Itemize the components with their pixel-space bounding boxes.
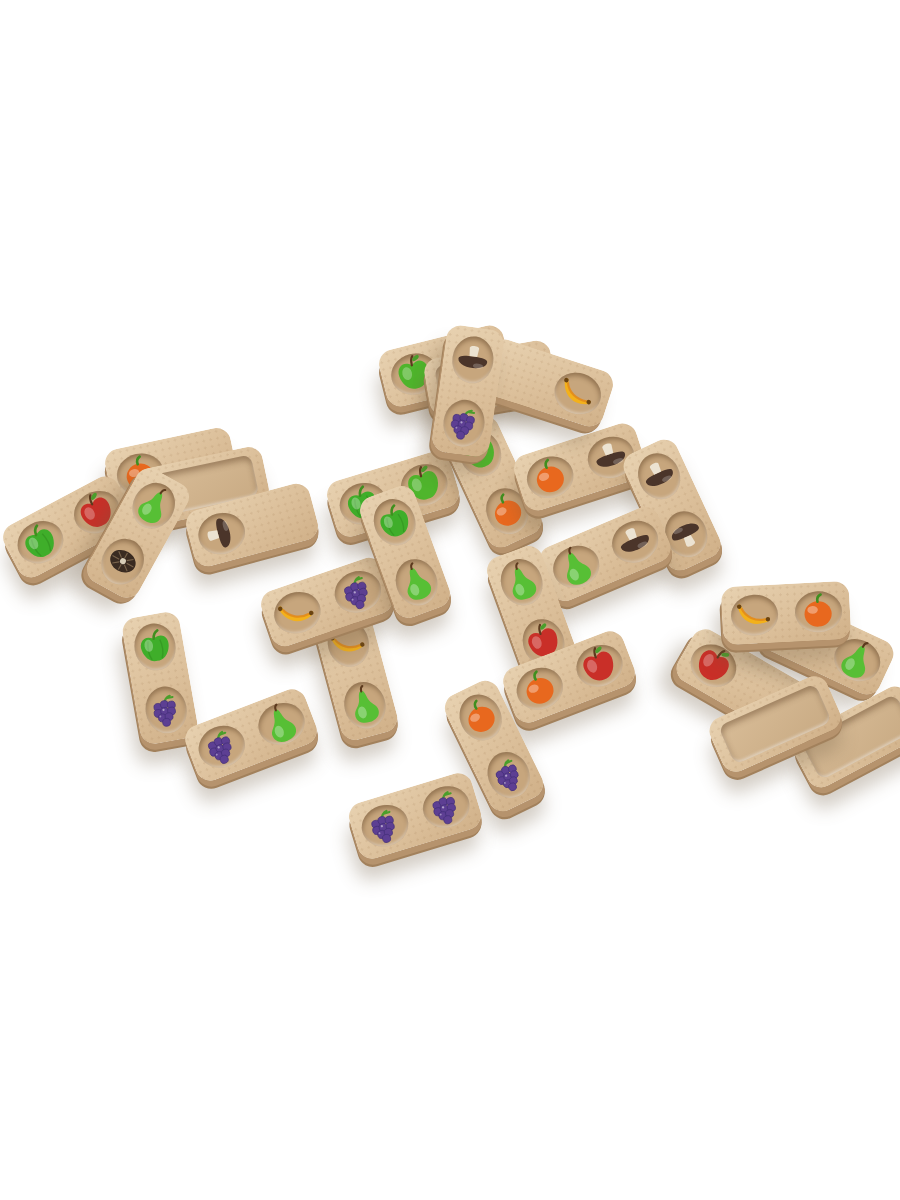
domino-tile-grapes-grapes[interactable] [345,770,484,863]
domino-tile-green-pepper-grapes[interactable] [120,610,199,746]
fruit-recess [9,513,70,571]
fruit-recess [793,590,842,633]
fruit-recess [549,366,606,420]
fruit-recess [546,538,605,594]
fruit-recess [479,745,536,805]
red-apple-icon [685,636,742,693]
grapes-icon [142,685,190,733]
mushroom-bottom-icon [94,533,150,590]
grapes-icon [331,565,384,618]
pear-icon [389,555,442,608]
domino-tile-pear-mushroom[interactable] [535,502,675,605]
fruit-recess [389,553,444,611]
fruit-recess [192,719,251,774]
fruit-recess [605,513,664,569]
green-pepper-icon [11,514,68,571]
grapes-icon [419,780,471,832]
mushroom-up-icon [607,514,662,569]
fruit-recess [630,446,687,506]
fruit-recess [193,507,249,559]
mushroom-up-icon [631,448,686,503]
fruit-recess [449,333,496,385]
orange-icon [452,689,507,745]
domino-half [120,610,188,683]
fruit-recess [124,475,183,536]
banana-icon [732,593,776,637]
fruit-recess [570,638,629,693]
fruit-recess [510,661,569,716]
fruit-recess [451,687,508,747]
domino-half [721,584,788,645]
domino-half [439,324,505,395]
mushroom-right-icon [195,508,246,559]
fruit-recess [268,585,326,639]
fruit-recess [494,553,549,611]
mushroom-up-icon [449,336,495,383]
red-apple-icon [572,638,626,692]
banana-icon [270,586,323,639]
domino-half [784,581,851,642]
grapes-icon [440,399,486,446]
grapes-icon [480,747,535,803]
orange-icon [523,450,576,503]
fruit-recess [328,565,386,619]
domino-tile-banana-orange[interactable] [721,581,852,646]
grapes-icon [194,719,248,773]
table-background [0,0,900,1200]
green-pepper-icon [131,622,179,670]
orange-icon [512,661,566,715]
fruit-recess [730,593,779,636]
domino-tile-grapes-pear[interactable] [181,685,321,785]
green-pepper-icon [368,495,421,548]
orange-icon [796,589,840,633]
domino-half [430,387,496,458]
fruit-recess [338,677,390,733]
fruit-recess [417,780,474,833]
fruit-recess [827,631,887,688]
pear-icon [495,555,548,608]
pear-icon [125,477,181,534]
fruit-recess [440,397,487,449]
pear-icon [829,632,885,688]
fruit-recess [367,493,422,551]
pear-icon [339,679,389,730]
pear-icon [254,696,308,750]
banana-icon [551,366,604,419]
fruit-recess [521,450,578,504]
pear-icon [548,539,603,594]
fruit-recess [252,696,311,751]
fruit-recess [130,620,179,673]
domino-half [328,666,401,743]
fruit-recess [141,683,190,736]
fruit-recess [93,530,152,591]
fruit-recess [356,799,413,852]
grapes-icon [358,799,410,851]
